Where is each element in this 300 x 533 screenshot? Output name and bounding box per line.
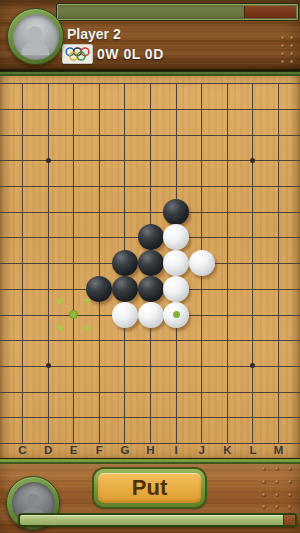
gomoku-app-screen: Player 2 0W 0L 0D CDE bbox=[0, 0, 300, 533]
screw-dot bbox=[262, 493, 266, 497]
screw-dot bbox=[275, 505, 279, 509]
last-move-marker bbox=[173, 311, 180, 318]
screw-dot bbox=[290, 60, 294, 64]
column-label: F bbox=[91, 444, 107, 456]
screw-dot bbox=[290, 52, 294, 56]
stone-black bbox=[112, 250, 138, 276]
screw-dot bbox=[262, 480, 266, 484]
column-label: G bbox=[117, 444, 133, 456]
screw-dot bbox=[288, 493, 292, 497]
cursor-corner-bottom-left bbox=[58, 324, 65, 331]
screw-dot bbox=[275, 467, 279, 471]
stone-black bbox=[138, 250, 164, 276]
olympic-rings-icon bbox=[62, 44, 93, 64]
column-label: I bbox=[168, 444, 184, 456]
screw-dot bbox=[275, 480, 279, 484]
timer-brown-segment bbox=[283, 515, 295, 525]
stone-white bbox=[163, 276, 189, 302]
column-label: M bbox=[271, 444, 287, 456]
cursor-corner-bottom-right bbox=[83, 324, 90, 331]
stone-black bbox=[163, 199, 189, 225]
timer-danger-segment bbox=[244, 6, 296, 18]
screw-dot bbox=[281, 52, 285, 56]
stone-white bbox=[138, 302, 164, 328]
column-label: J bbox=[194, 444, 210, 456]
stone-black bbox=[86, 276, 112, 302]
grid-line-v bbox=[252, 83, 253, 443]
screw-dot bbox=[288, 480, 292, 484]
stone-black bbox=[138, 224, 164, 250]
screw-dot bbox=[281, 36, 285, 40]
column-label: L bbox=[245, 444, 261, 456]
star-point bbox=[250, 363, 255, 368]
grid-line-v bbox=[22, 83, 23, 443]
grid-line-v bbox=[73, 83, 74, 443]
cursor-corner-top-right bbox=[83, 299, 90, 306]
cursor-corner-top-left bbox=[58, 299, 65, 306]
opponent-record-row: 0W 0L 0D bbox=[62, 44, 164, 64]
screw-dot bbox=[262, 467, 266, 471]
opponent-avatar bbox=[7, 8, 64, 65]
stone-black bbox=[138, 276, 164, 302]
opponent-timer-bar bbox=[56, 3, 299, 21]
put-button-label: Put bbox=[98, 473, 201, 503]
stone-white bbox=[163, 224, 189, 250]
player-timer-bar bbox=[18, 513, 297, 527]
screw-dot bbox=[288, 467, 292, 471]
stone-white bbox=[112, 302, 138, 328]
screw-dot bbox=[281, 60, 285, 64]
person-icon bbox=[13, 14, 59, 60]
column-label: C bbox=[15, 444, 31, 456]
grid-line-v bbox=[99, 83, 100, 443]
column-label: K bbox=[219, 444, 235, 456]
star-point bbox=[46, 363, 51, 368]
column-label: E bbox=[66, 444, 82, 456]
screw-dot bbox=[290, 44, 294, 48]
header-board-divider bbox=[0, 69, 300, 76]
stone-white bbox=[189, 250, 215, 276]
grid-line-v bbox=[227, 83, 228, 443]
column-label: D bbox=[40, 444, 56, 456]
grid-line-v bbox=[48, 83, 49, 443]
stone-black bbox=[112, 276, 138, 302]
opponent-record: 0W 0L 0D bbox=[97, 46, 164, 62]
gomoku-board[interactable]: CDEFGHIJKLM bbox=[0, 76, 300, 458]
screw-dot bbox=[281, 44, 285, 48]
screw-dot bbox=[290, 36, 294, 40]
opponent-name: Player 2 bbox=[67, 26, 121, 42]
screw-dot bbox=[288, 505, 292, 509]
opponent-panel: Player 2 0W 0L 0D bbox=[0, 0, 300, 69]
screw-dot bbox=[262, 505, 266, 509]
screw-dot bbox=[275, 493, 279, 497]
star-point bbox=[250, 158, 255, 163]
grid-line-v bbox=[278, 83, 279, 443]
cursor-dot[interactable] bbox=[69, 310, 78, 319]
column-label: H bbox=[143, 444, 159, 456]
star-point bbox=[46, 158, 51, 163]
put-button[interactable]: Put bbox=[94, 469, 205, 507]
stone-white bbox=[163, 250, 189, 276]
